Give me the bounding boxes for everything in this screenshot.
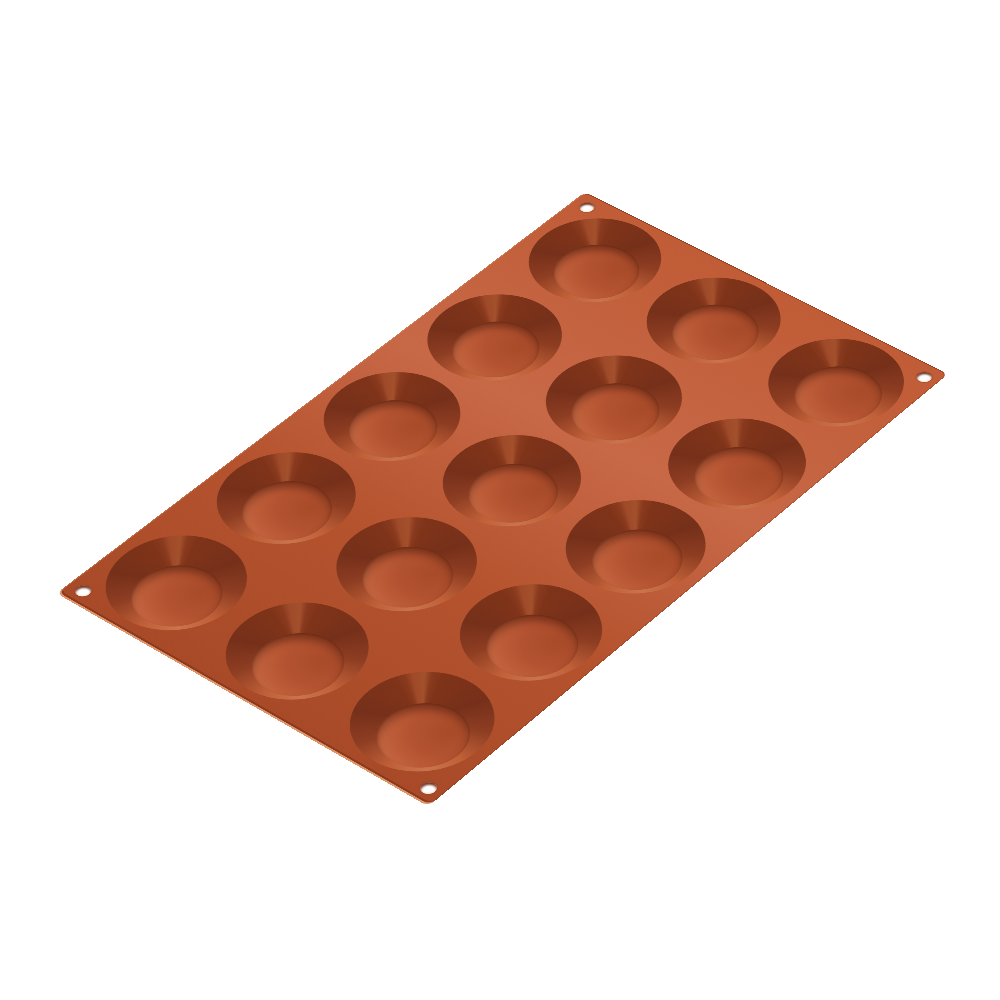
cavity-floor [777, 355, 900, 435]
cavity-floor [554, 372, 678, 452]
cavity-grid [61, 193, 947, 803]
cavity-floor [331, 389, 455, 470]
mold-sheet [58, 192, 948, 805]
cavity-floor [435, 310, 557, 388]
cavity-floor [233, 621, 363, 709]
cavity-floor [223, 469, 350, 552]
cavity-floor [536, 234, 656, 310]
cavity-floor [344, 535, 472, 620]
cavity-floor [574, 518, 701, 603]
cavity-floor [358, 690, 490, 780]
cavity-floor [112, 553, 241, 639]
cavity-floor [451, 452, 577, 535]
cavity-floor [655, 294, 777, 372]
cavity-floor [468, 603, 597, 691]
photo-background [0, 0, 1000, 1000]
cavity-floor [677, 435, 802, 517]
